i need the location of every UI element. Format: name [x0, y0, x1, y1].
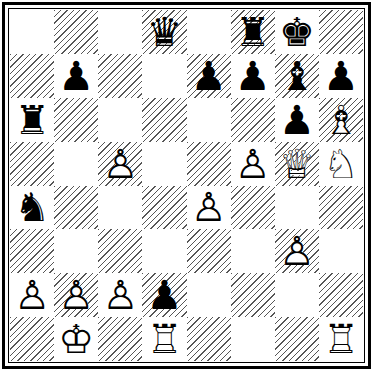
pawn-icon: ♙: [58, 273, 94, 317]
square-g1[interactable]: [275, 317, 319, 361]
square-h7[interactable]: ♟: [319, 54, 363, 98]
knight-icon: ♘: [323, 142, 359, 186]
white-pawn-c5[interactable]: ♙: [98, 142, 142, 186]
square-g2[interactable]: [275, 273, 319, 317]
square-d3[interactable]: [142, 229, 186, 273]
pawn-icon: ♙: [102, 142, 138, 186]
black-rook-f8[interactable]: ♜: [231, 10, 275, 54]
square-e1[interactable]: [187, 317, 231, 361]
square-f8[interactable]: ♜: [231, 10, 275, 54]
chess-board: ♛♜♚♟♟♟♝♟♜♟♗♙♙♕♘♞♙♙♙♙♙♟♔♖♖: [10, 10, 363, 361]
square-a3[interactable]: [10, 229, 54, 273]
square-g5[interactable]: ♕: [275, 142, 319, 186]
pawn-icon: ♟: [191, 54, 227, 98]
square-a4[interactable]: ♞: [10, 186, 54, 230]
square-f3[interactable]: [231, 229, 275, 273]
square-e6[interactable]: [187, 98, 231, 142]
pawn-icon: ♟: [58, 54, 94, 98]
white-pawn-c2[interactable]: ♙: [98, 273, 142, 317]
square-g3[interactable]: ♙: [275, 229, 319, 273]
king-icon: ♚: [279, 10, 315, 54]
bishop-icon: ♗: [323, 98, 359, 142]
square-c2[interactable]: ♙: [98, 273, 142, 317]
square-c4[interactable]: [98, 186, 142, 230]
rook-icon: ♖: [147, 317, 183, 361]
chess-diagram: ♛♜♚♟♟♟♝♟♜♟♗♙♙♕♘♞♙♙♙♙♙♟♔♖♖: [0, 0, 373, 371]
square-b6[interactable]: [54, 98, 98, 142]
knight-icon: ♞: [14, 186, 50, 230]
square-e4[interactable]: ♙: [187, 186, 231, 230]
square-a7[interactable]: [10, 54, 54, 98]
square-h4[interactable]: [319, 186, 363, 230]
white-bishop-h6[interactable]: ♗: [319, 98, 363, 142]
rook-icon: ♖: [323, 317, 359, 361]
square-b8[interactable]: [54, 10, 98, 54]
rook-icon: ♜: [14, 98, 50, 142]
black-pawn-d2[interactable]: ♟: [142, 273, 186, 317]
square-f7[interactable]: ♟: [231, 54, 275, 98]
square-g8[interactable]: ♚: [275, 10, 319, 54]
square-e3[interactable]: [187, 229, 231, 273]
pawn-icon: ♟: [235, 54, 271, 98]
pawn-icon: ♙: [235, 142, 271, 186]
white-pawn-e4[interactable]: ♙: [187, 186, 231, 230]
white-pawn-b2[interactable]: ♙: [54, 273, 98, 317]
square-a1[interactable]: [10, 317, 54, 361]
square-a6[interactable]: ♜: [10, 98, 54, 142]
white-pawn-g3[interactable]: ♙: [275, 229, 319, 273]
pawn-icon: ♟: [323, 54, 359, 98]
queen-icon: ♕: [279, 142, 315, 186]
white-pawn-a2[interactable]: ♙: [10, 273, 54, 317]
pawn-icon: ♙: [279, 229, 315, 273]
pawn-icon: ♙: [14, 273, 50, 317]
black-pawn-g6[interactable]: ♟: [275, 98, 319, 142]
black-knight-a4[interactable]: ♞: [10, 186, 54, 230]
square-h2[interactable]: [319, 273, 363, 317]
square-e7[interactable]: ♟: [187, 54, 231, 98]
square-d6[interactable]: [142, 98, 186, 142]
bishop-icon: ♝: [279, 54, 315, 98]
square-b1[interactable]: ♔: [54, 317, 98, 361]
black-pawn-h7[interactable]: ♟: [319, 54, 363, 98]
pawn-icon: ♙: [102, 273, 138, 317]
white-knight-h5[interactable]: ♘: [319, 142, 363, 186]
square-e2[interactable]: [187, 273, 231, 317]
square-h1[interactable]: ♖: [319, 317, 363, 361]
square-g4[interactable]: [275, 186, 319, 230]
square-a2[interactable]: ♙: [10, 273, 54, 317]
square-b7[interactable]: ♟: [54, 54, 98, 98]
square-b4[interactable]: [54, 186, 98, 230]
square-f4[interactable]: [231, 186, 275, 230]
square-e8[interactable]: [187, 10, 231, 54]
square-h5[interactable]: ♘: [319, 142, 363, 186]
king-icon: ♔: [58, 317, 94, 361]
square-h3[interactable]: [319, 229, 363, 273]
black-pawn-e7[interactable]: ♟: [187, 54, 231, 98]
square-f5[interactable]: ♙: [231, 142, 275, 186]
square-a5[interactable]: [10, 142, 54, 186]
square-a8[interactable]: [10, 10, 54, 54]
queen-icon: ♛: [147, 10, 183, 54]
square-d7[interactable]: [142, 54, 186, 98]
black-pawn-f7[interactable]: ♟: [231, 54, 275, 98]
square-c6[interactable]: [98, 98, 142, 142]
square-b3[interactable]: [54, 229, 98, 273]
square-b2[interactable]: ♙: [54, 273, 98, 317]
black-queen-d8[interactable]: ♛: [142, 10, 186, 54]
square-g7[interactable]: ♝: [275, 54, 319, 98]
square-d2[interactable]: ♟: [142, 273, 186, 317]
square-d5[interactable]: [142, 142, 186, 186]
square-c1[interactable]: [98, 317, 142, 361]
square-f1[interactable]: [231, 317, 275, 361]
pawn-icon: ♟: [147, 273, 183, 317]
square-e5[interactable]: [187, 142, 231, 186]
square-d4[interactable]: [142, 186, 186, 230]
square-f2[interactable]: [231, 273, 275, 317]
square-c8[interactable]: [98, 10, 142, 54]
square-g6[interactable]: ♟: [275, 98, 319, 142]
square-f6[interactable]: [231, 98, 275, 142]
square-h6[interactable]: ♗: [319, 98, 363, 142]
black-pawn-b7[interactable]: ♟: [54, 54, 98, 98]
white-pawn-f5[interactable]: ♙: [231, 142, 275, 186]
square-c3[interactable]: [98, 229, 142, 273]
white-rook-d1[interactable]: ♖: [142, 317, 186, 361]
square-d1[interactable]: ♖: [142, 317, 186, 361]
square-b5[interactable]: [54, 142, 98, 186]
rook-icon: ♜: [235, 10, 271, 54]
pawn-icon: ♙: [191, 186, 227, 230]
square-d8[interactable]: ♛: [142, 10, 186, 54]
white-king-b1[interactable]: ♔: [54, 317, 98, 361]
black-bishop-g7[interactable]: ♝: [275, 54, 319, 98]
square-c7[interactable]: [98, 54, 142, 98]
pawn-icon: ♟: [279, 98, 315, 142]
square-h8[interactable]: [319, 10, 363, 54]
white-queen-g5[interactable]: ♕: [275, 142, 319, 186]
black-rook-a6[interactable]: ♜: [10, 98, 54, 142]
white-rook-h1[interactable]: ♖: [319, 317, 363, 361]
square-c5[interactable]: ♙: [98, 142, 142, 186]
black-king-g8[interactable]: ♚: [275, 10, 319, 54]
